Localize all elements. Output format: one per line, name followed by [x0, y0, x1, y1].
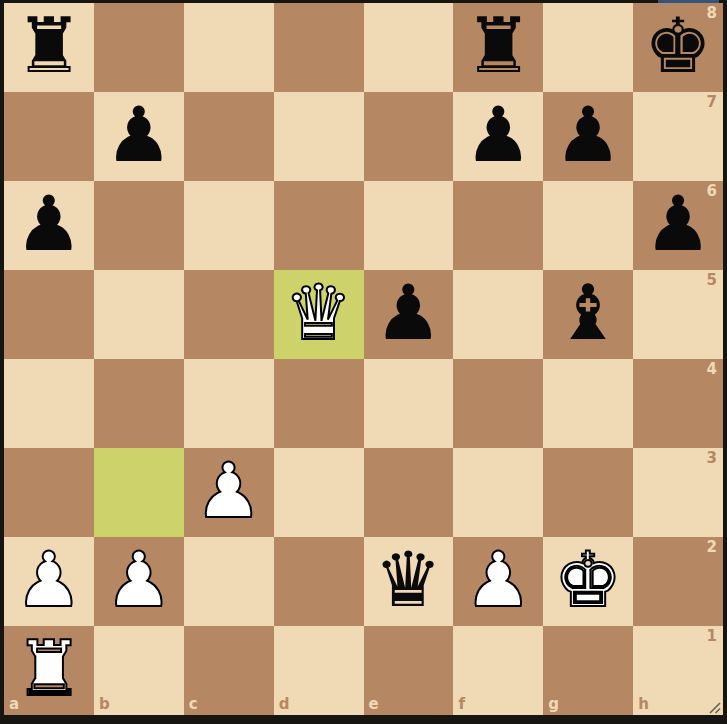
square-h5[interactable]: 5 [633, 270, 723, 359]
square-c2[interactable] [184, 537, 274, 626]
square-b6[interactable] [94, 181, 184, 270]
square-d1[interactable]: d [274, 626, 364, 715]
square-g6[interactable] [543, 181, 633, 270]
coord-rank-3: 3 [707, 451, 717, 466]
square-h6[interactable]: ♟6 [633, 181, 723, 270]
piece-black-pawn[interactable]: ♟ [554, 97, 622, 173]
square-a1[interactable]: ♜a [4, 626, 94, 715]
piece-black-pawn[interactable]: ♟ [374, 275, 442, 351]
square-e2[interactable]: ♛ [364, 537, 454, 626]
coord-file-c: c [189, 697, 198, 712]
square-b1[interactable]: b [94, 626, 184, 715]
square-d5[interactable]: ♛ [274, 270, 364, 359]
square-f4[interactable] [453, 359, 543, 448]
square-e4[interactable] [364, 359, 454, 448]
piece-white-queen[interactable]: ♛ [284, 275, 352, 351]
square-g1[interactable]: g [543, 626, 633, 715]
square-d3[interactable] [274, 448, 364, 537]
square-h7[interactable]: 7 [633, 92, 723, 181]
square-h4[interactable]: 4 [633, 359, 723, 448]
square-h1[interactable]: h1 [633, 626, 723, 715]
square-g7[interactable]: ♟ [543, 92, 633, 181]
square-e5[interactable]: ♟ [364, 270, 454, 359]
piece-white-pawn[interactable]: ♟ [105, 542, 173, 618]
square-e6[interactable] [364, 181, 454, 270]
square-c5[interactable] [184, 270, 274, 359]
piece-black-pawn[interactable]: ♟ [105, 97, 173, 173]
coord-rank-8: 8 [707, 6, 717, 21]
coord-file-e: e [369, 697, 379, 712]
square-g5[interactable]: ♝ [543, 270, 633, 359]
square-g3[interactable] [543, 448, 633, 537]
square-d6[interactable] [274, 181, 364, 270]
coord-file-h: h [638, 697, 649, 712]
square-a4[interactable] [4, 359, 94, 448]
square-f1[interactable]: f [453, 626, 543, 715]
square-f2[interactable]: ♟ [453, 537, 543, 626]
square-c8[interactable] [184, 3, 274, 92]
square-a2[interactable]: ♟ [4, 537, 94, 626]
square-d4[interactable] [274, 359, 364, 448]
coord-file-g: g [548, 697, 559, 712]
board-resize-handle[interactable] [707, 699, 721, 713]
square-a3[interactable] [4, 448, 94, 537]
piece-white-pawn[interactable]: ♟ [15, 542, 83, 618]
square-f3[interactable] [453, 448, 543, 537]
square-b3[interactable] [94, 448, 184, 537]
piece-white-rook[interactable]: ♜ [15, 631, 83, 707]
piece-white-pawn[interactable]: ♟ [195, 453, 263, 529]
piece-black-rook[interactable]: ♜ [15, 8, 83, 84]
square-a6[interactable]: ♟ [4, 181, 94, 270]
square-h8[interactable]: ♚8 [633, 3, 723, 92]
square-e3[interactable] [364, 448, 454, 537]
square-e7[interactable] [364, 92, 454, 181]
square-a8[interactable]: ♜ [4, 3, 94, 92]
piece-black-bishop[interactable]: ♝ [554, 275, 622, 351]
coord-file-d: d [279, 697, 290, 712]
piece-black-pawn[interactable]: ♟ [644, 186, 712, 262]
piece-white-king[interactable]: ♚ [554, 542, 622, 618]
square-c6[interactable] [184, 181, 274, 270]
square-g8[interactable] [543, 3, 633, 92]
piece-black-queen[interactable]: ♛ [374, 542, 442, 618]
square-c4[interactable] [184, 359, 274, 448]
square-d8[interactable] [274, 3, 364, 92]
square-c3[interactable]: ♟ [184, 448, 274, 537]
square-b5[interactable] [94, 270, 184, 359]
square-d2[interactable] [274, 537, 364, 626]
piece-black-pawn[interactable]: ♟ [464, 97, 532, 173]
coord-rank-2: 2 [707, 540, 717, 555]
square-a7[interactable] [4, 92, 94, 181]
square-g4[interactable] [543, 359, 633, 448]
square-h2[interactable]: 2 [633, 537, 723, 626]
piece-black-rook[interactable]: ♜ [464, 8, 532, 84]
coord-rank-4: 4 [707, 362, 717, 377]
square-b7[interactable]: ♟ [94, 92, 184, 181]
square-b2[interactable]: ♟ [94, 537, 184, 626]
coord-rank-6: 6 [707, 184, 717, 199]
square-d7[interactable] [274, 92, 364, 181]
square-a5[interactable] [4, 270, 94, 359]
square-g2[interactable]: ♚ [543, 537, 633, 626]
chess-board: ♜♜♚8♟♟♟7♟♟6♛♟♝54♟3♟♟♛♟♚2♜abcdefgh1 [4, 3, 723, 715]
square-b8[interactable] [94, 3, 184, 92]
coord-file-a: a [9, 697, 19, 712]
piece-black-king[interactable]: ♚ [644, 8, 712, 84]
square-f5[interactable] [453, 270, 543, 359]
coord-file-b: b [99, 697, 110, 712]
square-b4[interactable] [94, 359, 184, 448]
coord-rank-5: 5 [707, 273, 717, 288]
piece-black-pawn[interactable]: ♟ [15, 186, 83, 262]
board-container: ♜♜♚8♟♟♟7♟♟6♛♟♝54♟3♟♟♛♟♚2♜abcdefgh1 [0, 0, 727, 724]
square-f7[interactable]: ♟ [453, 92, 543, 181]
square-e1[interactable]: e [364, 626, 454, 715]
square-f8[interactable]: ♜ [453, 3, 543, 92]
square-f6[interactable] [453, 181, 543, 270]
coord-rank-1: 1 [707, 629, 717, 644]
square-c7[interactable] [184, 92, 274, 181]
piece-white-pawn[interactable]: ♟ [464, 542, 532, 618]
square-c1[interactable]: c [184, 626, 274, 715]
coord-file-f: f [458, 697, 465, 712]
square-e8[interactable] [364, 3, 454, 92]
coord-rank-7: 7 [707, 95, 717, 110]
square-h3[interactable]: 3 [633, 448, 723, 537]
